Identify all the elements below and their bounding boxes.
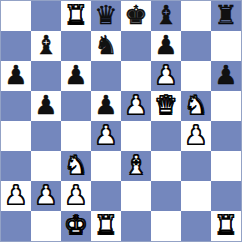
square-a5[interactable]: [1, 91, 31, 121]
square-h4[interactable]: [211, 121, 241, 151]
piece-black-bishop[interactable]: ♝: [34, 32, 57, 58]
square-c7[interactable]: [61, 31, 91, 61]
square-f5[interactable]: ♛: [151, 91, 181, 121]
square-f3[interactable]: [151, 151, 181, 181]
square-c6[interactable]: ♟: [61, 61, 91, 91]
square-f1[interactable]: [151, 211, 181, 241]
piece-black-rook[interactable]: ♜: [214, 2, 237, 28]
piece-black-knight[interactable]: ♞: [94, 32, 117, 58]
square-a2[interactable]: ♟: [1, 181, 31, 211]
square-b2[interactable]: ♟: [31, 181, 61, 211]
square-d1[interactable]: ♜: [91, 211, 121, 241]
square-c5[interactable]: [61, 91, 91, 121]
square-d5[interactable]: ♟: [91, 91, 121, 121]
piece-black-bishop[interactable]: ♝: [154, 2, 177, 28]
piece-white-queen[interactable]: ♛: [154, 92, 177, 118]
square-e2[interactable]: [121, 181, 151, 211]
square-a7[interactable]: [1, 31, 31, 61]
square-e8[interactable]: ♚: [121, 1, 151, 31]
square-c1[interactable]: ♚: [61, 211, 91, 241]
square-g5[interactable]: ♞: [181, 91, 211, 121]
square-d3[interactable]: [91, 151, 121, 181]
square-e1[interactable]: [121, 211, 151, 241]
square-e5[interactable]: ♟: [121, 91, 151, 121]
square-g1[interactable]: [181, 211, 211, 241]
square-h7[interactable]: [211, 31, 241, 61]
square-h8[interactable]: ♜: [211, 1, 241, 31]
piece-white-rook[interactable]: ♜: [64, 2, 87, 28]
piece-white-knight[interactable]: ♞: [184, 92, 207, 118]
piece-white-rook[interactable]: ♜: [94, 212, 117, 238]
piece-white-pawn[interactable]: ♟: [154, 62, 177, 88]
square-d8[interactable]: ♛: [91, 1, 121, 31]
piece-white-king[interactable]: ♚: [64, 212, 87, 238]
square-h5[interactable]: [211, 91, 241, 121]
piece-black-queen[interactable]: ♛: [94, 2, 117, 28]
square-d4[interactable]: ♟: [91, 121, 121, 151]
square-c8[interactable]: ♜: [61, 1, 91, 31]
piece-black-king[interactable]: ♚: [124, 2, 147, 28]
piece-black-pawn[interactable]: ♟: [94, 92, 117, 118]
square-b6[interactable]: [31, 61, 61, 91]
piece-black-pawn[interactable]: ♟: [64, 62, 87, 88]
square-g7[interactable]: [181, 31, 211, 61]
square-f6[interactable]: ♟: [151, 61, 181, 91]
square-f4[interactable]: [151, 121, 181, 151]
square-g4[interactable]: ♟: [181, 121, 211, 151]
piece-white-knight[interactable]: ♞: [64, 152, 87, 178]
square-a8[interactable]: [1, 1, 31, 31]
chess-board-container: ♜♛♚♝♜♝♞♟♟♟♟♟♟♟♟♛♞♟♟♞♝♟♟♟♚♜♜: [0, 0, 242, 242]
square-b3[interactable]: [31, 151, 61, 181]
piece-white-rook[interactable]: ♜: [214, 212, 237, 238]
piece-white-pawn[interactable]: ♟: [64, 182, 87, 208]
square-c3[interactable]: ♞: [61, 151, 91, 181]
square-b8[interactable]: [31, 1, 61, 31]
square-h2[interactable]: [211, 181, 241, 211]
square-f2[interactable]: [151, 181, 181, 211]
piece-white-pawn[interactable]: ♟: [184, 122, 207, 148]
square-d7[interactable]: ♞: [91, 31, 121, 61]
square-b7[interactable]: ♝: [31, 31, 61, 61]
piece-white-pawn[interactable]: ♟: [124, 92, 147, 118]
square-d2[interactable]: [91, 181, 121, 211]
square-g6[interactable]: [181, 61, 211, 91]
square-e6[interactable]: [121, 61, 151, 91]
square-d6[interactable]: [91, 61, 121, 91]
square-h1[interactable]: ♜: [211, 211, 241, 241]
square-c2[interactable]: ♟: [61, 181, 91, 211]
piece-white-pawn[interactable]: ♟: [34, 182, 57, 208]
square-f8[interactable]: ♝: [151, 1, 181, 31]
square-h6[interactable]: ♟: [211, 61, 241, 91]
piece-black-pawn[interactable]: ♟: [214, 62, 237, 88]
square-g3[interactable]: [181, 151, 211, 181]
piece-black-pawn[interactable]: ♟: [4, 62, 27, 88]
piece-black-pawn[interactable]: ♟: [154, 32, 177, 58]
square-a6[interactable]: ♟: [1, 61, 31, 91]
piece-white-pawn[interactable]: ♟: [4, 182, 27, 208]
square-b5[interactable]: ♟: [31, 91, 61, 121]
square-h3[interactable]: [211, 151, 241, 181]
square-g2[interactable]: [181, 181, 211, 211]
square-g8[interactable]: [181, 1, 211, 31]
square-a3[interactable]: [1, 151, 31, 181]
square-a1[interactable]: [1, 211, 31, 241]
square-f7[interactable]: ♟: [151, 31, 181, 61]
square-c4[interactable]: [61, 121, 91, 151]
piece-white-bishop[interactable]: ♝: [124, 152, 147, 178]
square-b1[interactable]: [31, 211, 61, 241]
square-e4[interactable]: [121, 121, 151, 151]
square-b4[interactable]: [31, 121, 61, 151]
piece-black-pawn[interactable]: ♟: [34, 92, 57, 118]
square-e3[interactable]: ♝: [121, 151, 151, 181]
piece-white-pawn[interactable]: ♟: [94, 122, 117, 148]
square-e7[interactable]: [121, 31, 151, 61]
square-a4[interactable]: [1, 121, 31, 151]
chess-board: ♜♛♚♝♜♝♞♟♟♟♟♟♟♟♟♛♞♟♟♞♝♟♟♟♚♜♜: [0, 0, 242, 242]
